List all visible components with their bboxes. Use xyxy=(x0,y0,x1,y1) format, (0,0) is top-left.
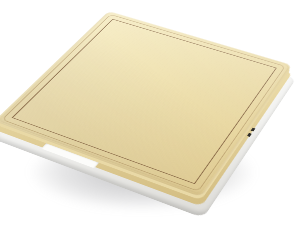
checkers-product-photo xyxy=(0,0,300,243)
